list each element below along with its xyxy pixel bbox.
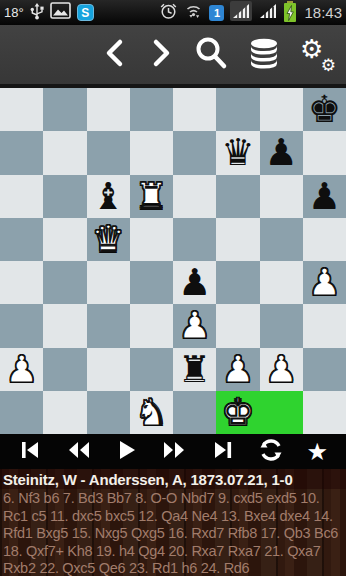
square-d4[interactable] — [130, 261, 173, 304]
square-e7[interactable] — [173, 131, 216, 174]
square-f6[interactable] — [216, 175, 259, 218]
square-d7[interactable] — [130, 131, 173, 174]
square-g6[interactable] — [260, 175, 303, 218]
square-h2[interactable] — [303, 348, 346, 391]
square-d3[interactable] — [130, 304, 173, 347]
black-pawn: ♟ — [308, 175, 341, 218]
square-f4[interactable] — [216, 261, 259, 304]
status-left-icons: 18° — [4, 2, 94, 24]
square-e5[interactable] — [173, 218, 216, 261]
wifi-transfer-icon — [184, 2, 203, 23]
usb-icon — [30, 2, 44, 24]
rewind-button[interactable] — [66, 440, 92, 463]
database-button[interactable] — [248, 37, 280, 72]
square-f3[interactable] — [216, 304, 259, 347]
white-pawn: ♟ — [5, 348, 38, 391]
white-knight: ♞ — [135, 391, 168, 434]
square-h7[interactable] — [303, 131, 346, 174]
square-d1[interactable]: ♞ — [130, 391, 173, 434]
square-h6[interactable]: ♟ — [303, 175, 346, 218]
square-d5[interactable] — [130, 218, 173, 261]
next-game-button[interactable] — [148, 37, 174, 72]
square-e6[interactable] — [173, 175, 216, 218]
skype-icon: S — [77, 4, 94, 21]
chevron-left-icon — [102, 37, 128, 72]
square-f8[interactable] — [216, 88, 259, 131]
square-a2[interactable]: ♟ — [0, 348, 43, 391]
square-c8[interactable] — [87, 88, 130, 131]
skip-to-end-button[interactable] — [211, 440, 235, 463]
square-d8[interactable] — [130, 88, 173, 131]
black-pawn: ♟ — [265, 131, 298, 174]
square-b4[interactable] — [43, 261, 86, 304]
white-rook: ♜ — [135, 175, 168, 218]
fast-forward-icon — [161, 440, 187, 463]
square-a8[interactable] — [0, 88, 43, 131]
temperature-indicator: 18° — [4, 5, 24, 20]
alarm-icon — [159, 2, 178, 24]
square-f5[interactable] — [216, 218, 259, 261]
square-c6[interactable]: ♝ — [87, 175, 130, 218]
square-g1[interactable] — [260, 391, 303, 434]
chess-board: ♚♛♟♝♜♟♛♟♟♟♟♜♟♟♞♚ — [0, 88, 346, 434]
chevron-right-icon — [148, 37, 174, 72]
square-b5[interactable] — [43, 218, 86, 261]
square-b3[interactable] — [43, 304, 86, 347]
play-button[interactable] — [115, 439, 137, 464]
search-icon — [194, 36, 228, 73]
square-g4[interactable] — [260, 261, 303, 304]
white-pawn: ♟ — [265, 348, 298, 391]
square-f7[interactable]: ♛ — [216, 131, 259, 174]
square-e4[interactable]: ♟ — [173, 261, 216, 304]
square-h3[interactable] — [303, 304, 346, 347]
square-a5[interactable] — [0, 218, 43, 261]
skip-to-start-button[interactable] — [18, 440, 42, 463]
square-h4[interactable]: ♟ — [303, 261, 346, 304]
fast-forward-button[interactable] — [161, 440, 187, 463]
square-e1[interactable] — [173, 391, 216, 434]
square-c2[interactable] — [87, 348, 130, 391]
square-f1[interactable]: ♚ — [216, 391, 259, 434]
chess-app: 18° — [0, 0, 346, 576]
square-g2[interactable]: ♟ — [260, 348, 303, 391]
status-bar: 18° — [0, 0, 346, 25]
square-b2[interactable] — [43, 348, 86, 391]
white-pawn: ♟ — [221, 348, 254, 391]
previous-game-button[interactable] — [102, 37, 128, 72]
square-c3[interactable] — [87, 304, 130, 347]
square-c1[interactable] — [87, 391, 130, 434]
black-king: ♚ — [308, 88, 341, 131]
square-f2[interactable]: ♟ — [216, 348, 259, 391]
square-h1[interactable] — [303, 391, 346, 434]
square-c5[interactable]: ♛ — [87, 218, 130, 261]
square-a4[interactable] — [0, 261, 43, 304]
skip-to-end-icon — [211, 440, 235, 463]
square-d6[interactable]: ♜ — [130, 175, 173, 218]
square-b8[interactable] — [43, 88, 86, 131]
skip-to-start-icon — [18, 440, 42, 463]
square-g3[interactable] — [260, 304, 303, 347]
square-d2[interactable] — [130, 348, 173, 391]
database-icon — [248, 37, 280, 72]
square-b7[interactable] — [43, 131, 86, 174]
play-icon — [115, 439, 137, 464]
favorite-button[interactable]: ★ — [307, 440, 329, 464]
square-a1[interactable] — [0, 391, 43, 434]
square-e8[interactable] — [173, 88, 216, 131]
square-h8[interactable]: ♚ — [303, 88, 346, 131]
clock-time: 18:43 — [304, 4, 342, 21]
white-queen: ♛ — [92, 218, 125, 261]
square-g8[interactable] — [260, 88, 303, 131]
gears-icon: ⚙ ⚙ — [300, 38, 334, 72]
search-button[interactable] — [194, 36, 228, 73]
notification-badge: 1 — [209, 5, 224, 21]
square-c4[interactable] — [87, 261, 130, 304]
game-moves[interactable]: 6. Nf3 b6 7. Bd3 Bb7 8. O-O Nbd7 9. cxd5… — [0, 489, 346, 576]
square-a6[interactable] — [0, 175, 43, 218]
white-pawn: ♟ — [308, 261, 341, 304]
square-g7[interactable]: ♟ — [260, 131, 303, 174]
refresh-button[interactable] — [259, 439, 283, 464]
square-a7[interactable] — [0, 131, 43, 174]
square-h5[interactable] — [303, 218, 346, 261]
square-b6[interactable] — [43, 175, 86, 218]
white-pawn: ♟ — [178, 304, 211, 347]
settings-button[interactable]: ⚙ ⚙ — [300, 38, 334, 72]
game-info-panel: Steinitz, W - Anderssen, A, 1873.07.21, … — [0, 469, 346, 576]
square-b1[interactable] — [43, 391, 86, 434]
black-bishop: ♝ — [92, 175, 125, 218]
rewind-icon — [66, 440, 92, 463]
star-icon: ★ — [307, 440, 329, 464]
black-pawn: ♟ — [178, 261, 211, 304]
toolbar: ⚙ ⚙ — [0, 25, 346, 84]
gallery-icon — [50, 2, 71, 23]
square-e2[interactable]: ♜ — [173, 348, 216, 391]
battery-charging-icon — [284, 3, 296, 22]
refresh-icon — [259, 439, 283, 464]
sim1-signal-icon — [230, 1, 252, 25]
square-e3[interactable]: ♟ — [173, 304, 216, 347]
black-rook: ♜ — [178, 348, 211, 391]
black-queen: ♛ — [221, 131, 254, 174]
playback-controls: ★ — [0, 434, 346, 469]
game-title: Steinitz, W - Anderssen, A, 1873.07.21, … — [0, 469, 346, 489]
white-king: ♚ — [221, 391, 254, 434]
sim2-signal-icon — [258, 2, 278, 24]
square-c7[interactable] — [87, 131, 130, 174]
status-right-icons: 1 18:43 — [159, 1, 342, 25]
square-g5[interactable] — [260, 218, 303, 261]
square-a3[interactable] — [0, 304, 43, 347]
